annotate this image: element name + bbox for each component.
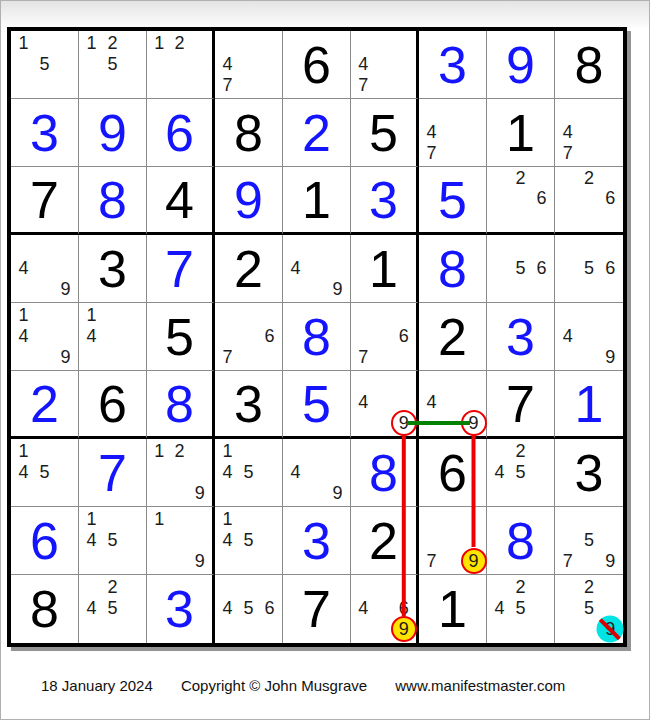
mark-slot-empty [442, 100, 463, 121]
cell-r9c4: 456 [215, 575, 283, 643]
cell-r3c7: 5 [419, 167, 487, 235]
candidate-5: 5 [102, 597, 123, 618]
mark-slot-empty [578, 508, 599, 529]
mark-slot-empty [34, 440, 55, 461]
candidate-9: 9 [600, 346, 621, 367]
solved-digit: 3 [147, 575, 212, 643]
mark-slot-empty [463, 100, 484, 121]
cell-r3c2: 8 [79, 167, 147, 235]
mark-slot-empty [600, 142, 621, 163]
mark-slot-empty [149, 53, 169, 74]
mark-slot-empty [557, 346, 578, 367]
mark-slot-empty [531, 236, 552, 257]
mark-slot-empty [34, 278, 55, 299]
cell-r4c1: 49 [11, 235, 79, 303]
candidate-7: 7 [421, 550, 442, 571]
mark-slot-empty [353, 325, 373, 346]
mark-slot-empty [81, 74, 102, 95]
mark-slot-empty [531, 597, 552, 618]
solved-digit: 6 [11, 507, 78, 574]
candidate-1: 1 [149, 508, 169, 529]
candidate-9: 9 [190, 550, 210, 571]
mark-slot-empty [394, 304, 414, 325]
mark-slot-empty [259, 440, 280, 461]
candidate-6: 6 [531, 188, 552, 208]
cell-r4c9: 56 [555, 235, 623, 303]
mark-slot-empty [578, 278, 599, 299]
candidate-grid: 145 [215, 439, 282, 506]
solved-digit: 9 [487, 31, 554, 98]
mark-slot-empty [238, 346, 259, 367]
mark-slot-empty [531, 576, 552, 597]
candidate-9: 9 [327, 482, 348, 503]
mark-slot-empty [421, 372, 442, 392]
mark-slot-empty [557, 508, 578, 529]
given-digit: 2 [351, 507, 416, 574]
cell-r5c8: 3 [487, 303, 555, 371]
candidate-1: 1 [149, 440, 169, 461]
mark-slot-empty [557, 304, 578, 325]
mark-slot-empty [353, 32, 373, 53]
candidate-6: 6 [394, 325, 414, 346]
candidate-9-red-circled: 9 [463, 413, 484, 433]
solved-digit: 3 [419, 31, 486, 98]
cell-r3c3: 4 [147, 167, 215, 235]
mark-slot-empty [373, 576, 393, 597]
mark-slot-empty [578, 346, 599, 367]
candidate-7: 7 [217, 74, 238, 95]
mark-slot-empty [13, 278, 34, 299]
candidate-grid: 26 [555, 167, 623, 232]
mark-slot-empty [353, 372, 373, 392]
mark-slot-empty [238, 74, 259, 95]
mark-slot-empty [489, 482, 510, 503]
cell-r9c2: 245 [79, 575, 147, 643]
mark-slot-empty [13, 236, 34, 257]
mark-slot-empty [55, 482, 76, 503]
mark-slot-empty [531, 440, 552, 461]
cell-r6c4: 3 [215, 371, 283, 439]
candidate-9-red-circled: 9 [394, 413, 414, 433]
cell-r1c7: 3 [419, 31, 487, 99]
mark-slot-empty [102, 325, 123, 346]
cell-r4c2: 3 [79, 235, 147, 303]
mark-slot-empty [421, 100, 442, 121]
cell-r1c9: 8 [555, 31, 623, 99]
mark-slot-empty [557, 257, 578, 278]
mark-slot-empty [442, 508, 463, 529]
candidate-4: 4 [217, 461, 238, 482]
mark-slot-empty [217, 325, 238, 346]
mark-slot-empty [600, 304, 621, 325]
mark-slot-empty [327, 440, 348, 461]
cell-r4c8: 56 [487, 235, 555, 303]
mark-slot-empty [557, 576, 578, 597]
given-digit: 3 [215, 371, 282, 436]
mark-slot-empty [531, 278, 552, 299]
mark-slot-empty [217, 304, 238, 325]
mark-slot-empty [600, 168, 621, 188]
candidate-9-yellow-circled: 9 [463, 550, 484, 571]
mark-slot-empty [557, 188, 578, 208]
mark-slot-empty [34, 304, 55, 325]
solved-digit: 3 [487, 303, 554, 370]
mark-slot-empty [149, 482, 169, 503]
mark-slot-empty [55, 325, 76, 346]
mark-slot-empty [489, 440, 510, 461]
mark-slot-empty [510, 278, 531, 299]
mark-slot-empty [306, 257, 327, 278]
candidate-2: 2 [510, 576, 531, 597]
mark-slot-empty [102, 74, 123, 95]
solved-digit: 8 [419, 235, 486, 302]
solved-digit: 9 [79, 99, 146, 166]
mark-slot-empty [123, 325, 144, 346]
cell-r9c1: 8 [11, 575, 79, 643]
cell-r7c7: 6 [419, 439, 487, 507]
mark-slot-empty [149, 550, 169, 571]
cell-r4c7: 8 [419, 235, 487, 303]
cell-r5c3: 5 [147, 303, 215, 371]
cell-r1c8: 9 [487, 31, 555, 99]
cell-r5c5: 8 [283, 303, 351, 371]
mark-slot-empty [169, 74, 189, 95]
sudoku-board: 1512512476473983968254714778491352626493… [7, 27, 627, 647]
given-digit: 3 [79, 235, 146, 302]
footer-date: 18 January 2024 [41, 677, 153, 694]
candidate-grid: 145 [11, 439, 78, 506]
mark-slot-empty [394, 32, 414, 53]
mark-slot-empty [578, 209, 599, 229]
mark-slot-empty [238, 32, 259, 53]
mark-slot-empty [13, 74, 34, 95]
mark-slot-empty [34, 257, 55, 278]
cell-r9c8: 245 [487, 575, 555, 643]
mark-slot-empty [306, 278, 327, 299]
solved-digit: 2 [283, 99, 350, 166]
mark-slot-empty [238, 619, 259, 640]
mark-slot-empty [149, 74, 169, 95]
candidate-grid: 129 [147, 439, 212, 506]
candidate-grid: 49 [351, 371, 416, 436]
mark-slot-empty [190, 74, 210, 95]
mark-slot-empty [600, 325, 621, 346]
candidate-2: 2 [102, 32, 123, 53]
mark-slot-empty [489, 168, 510, 188]
mark-slot-empty [373, 597, 393, 618]
cell-r7c1: 145 [11, 439, 79, 507]
mark-slot-empty [217, 32, 238, 53]
mark-slot-empty [169, 461, 189, 482]
cell-r5c9: 49 [555, 303, 623, 371]
candidate-1: 1 [81, 508, 102, 529]
mark-slot-empty [34, 346, 55, 367]
candidate-9: 9 [55, 346, 76, 367]
candidate-grid: 67 [351, 303, 416, 370]
mark-slot-empty [578, 100, 599, 121]
mark-slot-empty [259, 482, 280, 503]
cell-r2c7: 47 [419, 99, 487, 167]
mark-slot-empty [600, 100, 621, 121]
mark-slot-empty [489, 209, 510, 229]
candidate-1: 1 [13, 32, 34, 53]
cell-r2c2: 9 [79, 99, 147, 167]
candidate-5: 5 [238, 597, 259, 618]
candidate-grid: 49 [283, 439, 350, 506]
mark-slot-empty [149, 461, 169, 482]
footer-website: www.manifestmaster.com [395, 677, 565, 694]
candidate-6: 6 [259, 597, 280, 618]
candidate-grid: 14 [79, 303, 146, 370]
mark-slot-empty [123, 597, 144, 618]
cell-r8c8: 8 [487, 507, 555, 575]
candidate-7: 7 [557, 142, 578, 163]
mark-slot-empty [421, 529, 442, 550]
mark-slot-empty [259, 32, 280, 53]
mark-slot-empty [306, 461, 327, 482]
cell-r3c9: 26 [555, 167, 623, 235]
candidate-grid: 26 [487, 167, 554, 232]
candidate-grid: 456 [215, 575, 282, 643]
mark-slot-empty [169, 53, 189, 74]
candidate-5: 5 [510, 257, 531, 278]
mark-slot-empty [123, 619, 144, 640]
mark-slot-empty [169, 482, 189, 503]
candidate-grid: 19 [147, 507, 212, 574]
mark-slot-empty [353, 304, 373, 325]
mark-slot-empty [306, 440, 327, 461]
mark-slot-empty [259, 346, 280, 367]
cell-r2c8: 1 [487, 99, 555, 167]
cell-r9c3: 3 [147, 575, 215, 643]
cell-r2c3: 6 [147, 99, 215, 167]
cell-r4c4: 2 [215, 235, 283, 303]
mark-slot-empty [238, 508, 259, 529]
cell-r2c1: 3 [11, 99, 79, 167]
cell-r9c5: 7 [283, 575, 351, 643]
mark-slot-empty [421, 413, 442, 433]
candidate-2: 2 [578, 168, 599, 188]
mark-slot-empty [217, 619, 238, 640]
mark-slot-empty [373, 346, 393, 367]
candidate-6: 6 [600, 188, 621, 208]
mark-slot-empty [510, 209, 531, 229]
candidate-4: 4 [285, 461, 306, 482]
mark-slot-empty [394, 74, 414, 95]
mark-slot-empty [217, 576, 238, 597]
mark-slot-empty [238, 325, 259, 346]
footer: 18 January 2024 Copyright © John Musgrav… [41, 677, 589, 694]
candidate-1: 1 [217, 440, 238, 461]
mark-slot-empty [463, 372, 484, 392]
candidate-grid: 245 [79, 575, 146, 643]
mark-slot-empty [285, 482, 306, 503]
solved-digit: 3 [11, 99, 78, 166]
mark-slot-empty [123, 576, 144, 597]
candidate-6: 6 [531, 257, 552, 278]
mark-slot-empty [600, 278, 621, 299]
mark-slot-empty [169, 550, 189, 571]
candidate-grid: 149 [11, 303, 78, 370]
mark-slot-empty [190, 440, 210, 461]
mark-slot-empty [259, 576, 280, 597]
mark-slot-empty [238, 482, 259, 503]
candidate-grid: 56 [555, 235, 623, 302]
mark-slot-empty [13, 53, 34, 74]
mark-slot-empty [557, 209, 578, 229]
candidate-5: 5 [238, 529, 259, 550]
cell-r5c4: 67 [215, 303, 283, 371]
cell-r6c1: 2 [11, 371, 79, 439]
candidate-4: 4 [217, 597, 238, 618]
mark-slot-empty [55, 257, 76, 278]
cell-r7c3: 129 [147, 439, 215, 507]
cell-r3c6: 3 [351, 167, 419, 235]
mark-slot-empty [442, 142, 463, 163]
cell-r6c2: 6 [79, 371, 147, 439]
given-digit: 6 [79, 371, 146, 436]
mark-slot-empty [259, 74, 280, 95]
mark-slot-empty [259, 304, 280, 325]
candidate-4: 4 [13, 461, 34, 482]
solved-digit: 2 [11, 371, 78, 436]
candidate-grid: 15 [11, 31, 78, 98]
mark-slot-empty [190, 53, 210, 74]
candidate-grid: 47 [555, 99, 623, 166]
mark-slot-empty [123, 346, 144, 367]
candidate-1: 1 [217, 508, 238, 529]
candidate-grid: 145 [79, 507, 146, 574]
candidate-5: 5 [510, 461, 531, 482]
mark-slot-empty [578, 550, 599, 571]
mark-slot-empty [531, 619, 552, 640]
mark-slot-empty [373, 325, 393, 346]
cell-r7c4: 145 [215, 439, 283, 507]
mark-slot-empty [510, 236, 531, 257]
candidate-grid: 49 [555, 303, 623, 370]
given-digit: 2 [419, 303, 486, 370]
given-digit: 8 [11, 575, 78, 643]
mark-slot-empty [578, 325, 599, 346]
candidate-5: 5 [578, 529, 599, 550]
mark-slot-empty [394, 576, 414, 597]
candidate-1: 1 [149, 32, 169, 53]
mark-slot-empty [217, 482, 238, 503]
candidate-4: 4 [489, 597, 510, 618]
candidate-grid: 579 [555, 507, 623, 574]
cell-r6c6: 49 [351, 371, 419, 439]
mark-slot-empty [259, 53, 280, 74]
cell-r7c8: 245 [487, 439, 555, 507]
mark-slot-empty [578, 121, 599, 142]
candidate-4: 4 [81, 325, 102, 346]
candidate-grid: 49 [419, 371, 486, 436]
candidate-4: 4 [81, 597, 102, 618]
candidate-5: 5 [510, 597, 531, 618]
candidate-4: 4 [217, 53, 238, 74]
candidate-grid: 79 [419, 507, 486, 574]
mark-slot-empty [489, 257, 510, 278]
cell-r6c7: 49 [419, 371, 487, 439]
cell-r7c5: 49 [283, 439, 351, 507]
candidate-4: 4 [81, 529, 102, 550]
mark-slot-empty [394, 372, 414, 392]
mark-slot-empty [285, 236, 306, 257]
mark-slot-empty [373, 32, 393, 53]
candidate-7: 7 [421, 142, 442, 163]
cell-r5c7: 2 [419, 303, 487, 371]
candidate-9-yellow-circled: 9 [394, 619, 414, 640]
mark-slot-empty [600, 121, 621, 142]
cell-r5c6: 67 [351, 303, 419, 371]
solved-digit: 5 [419, 167, 486, 232]
mark-slot-empty [442, 529, 463, 550]
candidate-7: 7 [557, 550, 578, 571]
candidate-4: 4 [421, 392, 442, 412]
mark-slot-empty [394, 53, 414, 74]
mark-slot-empty [442, 392, 463, 412]
mark-slot-empty [190, 508, 210, 529]
candidate-grid: 56 [487, 235, 554, 302]
given-digit: 8 [215, 99, 282, 166]
mark-slot-empty [442, 121, 463, 142]
cell-r2c9: 47 [555, 99, 623, 167]
candidate-grid: 145 [215, 507, 282, 574]
given-digit: 6 [283, 31, 350, 98]
candidate-grid: 49 [11, 235, 78, 302]
candidate-7: 7 [217, 346, 238, 367]
candidate-6: 6 [259, 325, 280, 346]
cell-r1c6: 47 [351, 31, 419, 99]
mark-slot-empty [123, 550, 144, 571]
solved-digit: 5 [283, 371, 350, 436]
cell-r3c1: 7 [11, 167, 79, 235]
candidate-5: 5 [34, 461, 55, 482]
candidate-7: 7 [353, 346, 373, 367]
candidate-4: 4 [13, 325, 34, 346]
mark-slot-empty [489, 619, 510, 640]
mark-slot-empty [600, 209, 621, 229]
cell-r8c5: 3 [283, 507, 351, 575]
candidate-4: 4 [557, 121, 578, 142]
mark-slot-empty [81, 619, 102, 640]
mark-slot-empty [306, 236, 327, 257]
mark-slot-empty [373, 372, 393, 392]
cell-r7c6: 8 [351, 439, 419, 507]
mark-slot-empty [557, 100, 578, 121]
candidate-grid: 47 [419, 99, 486, 166]
solved-digit: 9 [215, 167, 282, 232]
candidate-9: 9 [600, 550, 621, 571]
solved-digit: 1 [555, 371, 623, 436]
solved-digit: 7 [147, 235, 212, 302]
mark-slot-empty [373, 304, 393, 325]
solved-digit: 3 [351, 167, 416, 232]
candidate-5: 5 [578, 597, 599, 618]
mark-slot-empty [327, 461, 348, 482]
mark-slot-empty [55, 53, 76, 74]
mark-slot-empty [489, 236, 510, 257]
candidate-grid: 67 [215, 303, 282, 370]
mark-slot-empty [238, 304, 259, 325]
mark-slot-empty [578, 304, 599, 325]
mark-slot-empty [327, 257, 348, 278]
candidate-9: 9 [327, 278, 348, 299]
solved-digit: 6 [147, 99, 212, 166]
mark-slot-empty [557, 619, 578, 640]
candidate-2: 2 [510, 440, 531, 461]
cell-r5c2: 14 [79, 303, 147, 371]
